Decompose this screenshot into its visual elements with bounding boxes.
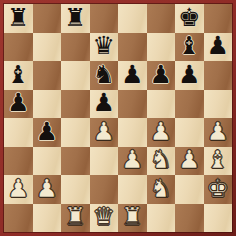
square-a7[interactable] <box>4 33 33 62</box>
piece-white-knight-f2[interactable]: ♞ <box>150 176 172 201</box>
square-c4[interactable] <box>61 118 90 147</box>
piece-white-bishop-h3[interactable]: ♝ <box>207 147 229 172</box>
square-g7[interactable]: ♝ <box>175 33 204 62</box>
square-c3[interactable] <box>61 147 90 176</box>
square-g6[interactable]: ♟ <box>175 61 204 90</box>
square-d1[interactable]: ♛ <box>90 204 119 233</box>
square-b5[interactable] <box>33 90 62 119</box>
square-c7[interactable] <box>61 33 90 62</box>
square-g5[interactable] <box>175 90 204 119</box>
square-c6[interactable] <box>61 61 90 90</box>
square-f2[interactable]: ♞ <box>147 175 176 204</box>
square-c1[interactable]: ♜ <box>61 204 90 233</box>
piece-black-rook-c8[interactable]: ♜ <box>64 5 86 30</box>
square-a1[interactable] <box>4 204 33 233</box>
square-g3[interactable]: ♟ <box>175 147 204 176</box>
square-b7[interactable] <box>33 33 62 62</box>
square-e5[interactable] <box>118 90 147 119</box>
piece-black-queen-d7[interactable]: ♛ <box>93 33 115 58</box>
piece-black-bishop-a6[interactable]: ♝ <box>7 62 29 87</box>
square-d3[interactable] <box>90 147 119 176</box>
square-g4[interactable] <box>175 118 204 147</box>
piece-black-pawn-h7[interactable]: ♟ <box>207 33 229 58</box>
piece-black-pawn-b4[interactable]: ♟ <box>36 119 58 144</box>
square-f1[interactable] <box>147 204 176 233</box>
square-e4[interactable] <box>118 118 147 147</box>
square-a8[interactable]: ♜ <box>4 4 33 33</box>
piece-white-knight-f3[interactable]: ♞ <box>150 147 172 172</box>
square-g1[interactable] <box>175 204 204 233</box>
piece-black-knight-d6[interactable]: ♞ <box>93 62 115 87</box>
square-f4[interactable]: ♟ <box>147 118 176 147</box>
piece-black-pawn-e6[interactable]: ♟ <box>121 62 143 87</box>
piece-black-pawn-f6[interactable]: ♟ <box>150 62 172 87</box>
square-h6[interactable] <box>204 61 233 90</box>
square-a4[interactable] <box>4 118 33 147</box>
square-h3[interactable]: ♝ <box>204 147 233 176</box>
piece-white-pawn-f4[interactable]: ♟ <box>150 119 172 144</box>
square-d4[interactable]: ♟ <box>90 118 119 147</box>
piece-white-pawn-d4[interactable]: ♟ <box>93 119 115 144</box>
square-b2[interactable]: ♟ <box>33 175 62 204</box>
square-h7[interactable]: ♟ <box>204 33 233 62</box>
square-h4[interactable]: ♟ <box>204 118 233 147</box>
square-a6[interactable]: ♝ <box>4 61 33 90</box>
piece-white-rook-c1[interactable]: ♜ <box>64 204 86 229</box>
square-d7[interactable]: ♛ <box>90 33 119 62</box>
piece-white-pawn-e3[interactable]: ♟ <box>121 147 143 172</box>
square-f8[interactable] <box>147 4 176 33</box>
square-h2[interactable]: ♚ <box>204 175 233 204</box>
square-d5[interactable]: ♟ <box>90 90 119 119</box>
square-f6[interactable]: ♟ <box>147 61 176 90</box>
square-e6[interactable]: ♟ <box>118 61 147 90</box>
square-f5[interactable] <box>147 90 176 119</box>
square-d8[interactable] <box>90 4 119 33</box>
square-c2[interactable] <box>61 175 90 204</box>
square-a5[interactable]: ♟ <box>4 90 33 119</box>
piece-white-queen-d1[interactable]: ♛ <box>93 204 115 229</box>
square-e1[interactable]: ♜ <box>118 204 147 233</box>
piece-white-pawn-h4[interactable]: ♟ <box>207 119 229 144</box>
piece-white-pawn-a2[interactable]: ♟ <box>7 176 29 201</box>
piece-black-bishop-g7[interactable]: ♝ <box>178 33 200 58</box>
square-h8[interactable] <box>204 4 233 33</box>
square-c8[interactable]: ♜ <box>61 4 90 33</box>
square-e8[interactable] <box>118 4 147 33</box>
piece-white-king-h2[interactable]: ♚ <box>207 176 229 201</box>
square-g2[interactable] <box>175 175 204 204</box>
square-e7[interactable] <box>118 33 147 62</box>
square-c5[interactable] <box>61 90 90 119</box>
square-a3[interactable] <box>4 147 33 176</box>
square-e2[interactable] <box>118 175 147 204</box>
square-h1[interactable] <box>204 204 233 233</box>
square-e3[interactable]: ♟ <box>118 147 147 176</box>
piece-black-pawn-d5[interactable]: ♟ <box>93 90 115 115</box>
square-f3[interactable]: ♞ <box>147 147 176 176</box>
square-h5[interactable] <box>204 90 233 119</box>
piece-black-rook-a8[interactable]: ♜ <box>7 5 29 30</box>
piece-white-pawn-b2[interactable]: ♟ <box>36 176 58 201</box>
piece-black-pawn-a5[interactable]: ♟ <box>7 90 29 115</box>
piece-white-pawn-g3[interactable]: ♟ <box>178 147 200 172</box>
chess-board: ♜♜♚♛♝♟♝♞♟♟♟♟♟♟♟♟♟♟♞♟♝♟♟♞♚♜♛♜ <box>4 4 232 232</box>
square-d6[interactable]: ♞ <box>90 61 119 90</box>
square-a2[interactable]: ♟ <box>4 175 33 204</box>
piece-black-king-g8[interactable]: ♚ <box>178 5 200 30</box>
piece-black-pawn-g6[interactable]: ♟ <box>178 62 200 87</box>
square-b3[interactable] <box>33 147 62 176</box>
square-b1[interactable] <box>33 204 62 233</box>
square-b8[interactable] <box>33 4 62 33</box>
piece-white-rook-e1[interactable]: ♜ <box>121 204 143 229</box>
square-d2[interactable] <box>90 175 119 204</box>
square-b6[interactable] <box>33 61 62 90</box>
square-g8[interactable]: ♚ <box>175 4 204 33</box>
square-b4[interactable]: ♟ <box>33 118 62 147</box>
board-frame: ♜♜♚♛♝♟♝♞♟♟♟♟♟♟♟♟♟♟♞♟♝♟♟♞♚♜♛♜ <box>0 0 236 236</box>
square-f7[interactable] <box>147 33 176 62</box>
